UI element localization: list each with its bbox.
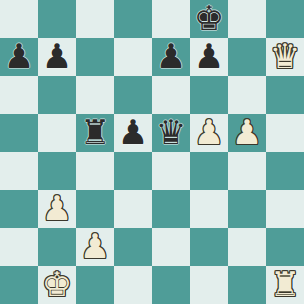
square-c6[interactable]: [76, 76, 114, 114]
black-pawn-piece[interactable]: ♟︎: [194, 37, 224, 75]
black-rook-piece[interactable]: ♜︎: [80, 113, 110, 151]
square-e5[interactable]: ♛︎: [152, 114, 190, 152]
square-c8[interactable]: [76, 0, 114, 38]
square-e7[interactable]: ♟︎: [152, 38, 190, 76]
square-e6[interactable]: [152, 76, 190, 114]
square-h7[interactable]: ♛︎: [266, 38, 304, 76]
square-c5[interactable]: ♜︎: [76, 114, 114, 152]
black-pawn-piece[interactable]: ♟︎: [4, 37, 34, 75]
black-queen-piece[interactable]: ♛︎: [156, 113, 186, 151]
square-c7[interactable]: [76, 38, 114, 76]
black-pawn-piece[interactable]: ♟︎: [42, 37, 72, 75]
square-b5[interactable]: [38, 114, 76, 152]
white-pawn-piece[interactable]: ♟︎: [232, 113, 262, 151]
square-g8[interactable]: [228, 0, 266, 38]
chess-board: ♚︎♟︎♟︎♟︎♟︎♛︎♜︎♟︎♛︎♟︎♟︎♟︎♟︎♚︎♜︎: [0, 0, 304, 304]
square-g1[interactable]: [228, 266, 266, 304]
square-d6[interactable]: [114, 76, 152, 114]
square-h1[interactable]: ♜︎: [266, 266, 304, 304]
square-a1[interactable]: [0, 266, 38, 304]
black-pawn-piece[interactable]: ♟︎: [118, 113, 148, 151]
square-e3[interactable]: [152, 190, 190, 228]
square-b6[interactable]: [38, 76, 76, 114]
square-g2[interactable]: [228, 228, 266, 266]
square-g4[interactable]: [228, 152, 266, 190]
square-h4[interactable]: [266, 152, 304, 190]
square-e1[interactable]: [152, 266, 190, 304]
square-f6[interactable]: [190, 76, 228, 114]
square-d7[interactable]: [114, 38, 152, 76]
square-f7[interactable]: ♟︎: [190, 38, 228, 76]
square-a2[interactable]: [0, 228, 38, 266]
square-d2[interactable]: [114, 228, 152, 266]
black-king-piece[interactable]: ♚︎: [194, 0, 224, 37]
square-f8[interactable]: ♚︎: [190, 0, 228, 38]
square-e8[interactable]: [152, 0, 190, 38]
square-d8[interactable]: [114, 0, 152, 38]
square-b1[interactable]: ♚︎: [38, 266, 76, 304]
square-e4[interactable]: [152, 152, 190, 190]
chess-board-wrapper: ♚︎♟︎♟︎♟︎♟︎♛︎♜︎♟︎♛︎♟︎♟︎♟︎♟︎♚︎♜︎: [0, 0, 304, 304]
square-h3[interactable]: [266, 190, 304, 228]
square-g7[interactable]: [228, 38, 266, 76]
square-c1[interactable]: [76, 266, 114, 304]
white-rook-piece[interactable]: ♜︎: [270, 265, 300, 303]
square-f3[interactable]: [190, 190, 228, 228]
square-f1[interactable]: [190, 266, 228, 304]
white-pawn-piece[interactable]: ♟︎: [194, 113, 224, 151]
black-pawn-piece[interactable]: ♟︎: [156, 37, 186, 75]
square-a4[interactable]: [0, 152, 38, 190]
square-b7[interactable]: ♟︎: [38, 38, 76, 76]
white-queen-piece[interactable]: ♛︎: [270, 37, 300, 75]
square-g3[interactable]: [228, 190, 266, 228]
square-h2[interactable]: [266, 228, 304, 266]
square-b2[interactable]: [38, 228, 76, 266]
square-d1[interactable]: [114, 266, 152, 304]
square-g6[interactable]: [228, 76, 266, 114]
square-a6[interactable]: [0, 76, 38, 114]
square-d5[interactable]: ♟︎: [114, 114, 152, 152]
square-d4[interactable]: [114, 152, 152, 190]
white-pawn-piece[interactable]: ♟︎: [42, 189, 72, 227]
square-d3[interactable]: [114, 190, 152, 228]
square-h5[interactable]: [266, 114, 304, 152]
square-f4[interactable]: [190, 152, 228, 190]
square-f2[interactable]: [190, 228, 228, 266]
square-a5[interactable]: [0, 114, 38, 152]
square-a8[interactable]: [0, 0, 38, 38]
square-h8[interactable]: [266, 0, 304, 38]
square-e2[interactable]: [152, 228, 190, 266]
square-c2[interactable]: ♟︎: [76, 228, 114, 266]
square-a7[interactable]: ♟︎: [0, 38, 38, 76]
square-b4[interactable]: [38, 152, 76, 190]
square-a3[interactable]: [0, 190, 38, 228]
square-h6[interactable]: [266, 76, 304, 114]
square-c3[interactable]: [76, 190, 114, 228]
square-b3[interactable]: ♟︎: [38, 190, 76, 228]
white-king-piece[interactable]: ♚︎: [42, 265, 72, 303]
square-g5[interactable]: ♟︎: [228, 114, 266, 152]
white-pawn-piece[interactable]: ♟︎: [80, 227, 110, 265]
square-b8[interactable]: [38, 0, 76, 38]
square-f5[interactable]: ♟︎: [190, 114, 228, 152]
square-c4[interactable]: [76, 152, 114, 190]
